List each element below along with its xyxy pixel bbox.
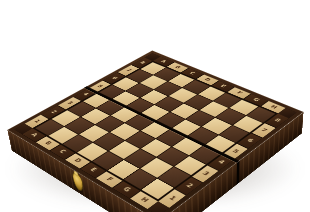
chess-set-photo: ABCDEFGH 87654321 ♜♞♝♛♚♝♞♜♟♟♟♟♟♟♟♟♟♟♟♟♟♟…: [0, 0, 310, 212]
piece-black-pawn[interactable]: ♟: [236, 124, 257, 125]
coordinate-frame: ABCDEFGH 87654321 ♜♞♝♛♚♝♞♜♟♟♟♟♟♟♟♟♟♟♟♟♟♟…: [14, 53, 296, 212]
board-wrapper: ABCDEFGH 87654321 ♜♞♝♛♚♝♞♜♟♟♟♟♟♟♟♟♟♟♟♟♟♟…: [43, 9, 267, 212]
piece-white-rook[interactable]: ♜: [145, 189, 168, 191]
fold-hinge-seam-side: [237, 161, 240, 185]
